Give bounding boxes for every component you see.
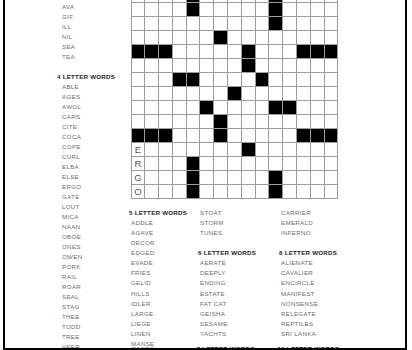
grid-cell[interactable] bbox=[242, 87, 256, 101]
grid-cell[interactable] bbox=[256, 129, 270, 143]
grid-cell[interactable] bbox=[256, 157, 270, 171]
grid-cell[interactable] bbox=[145, 157, 159, 171]
word-list-entry: GELID bbox=[131, 278, 187, 288]
grid-cell[interactable] bbox=[159, 59, 173, 73]
black-cell bbox=[269, 101, 283, 115]
word-list-entry: DEEPLY bbox=[200, 268, 256, 278]
grid-cell[interactable] bbox=[228, 157, 242, 171]
grid-cell[interactable] bbox=[159, 31, 173, 45]
word-list-entry: DECOR bbox=[131, 238, 187, 248]
word-list-entry: TUNES bbox=[200, 228, 256, 238]
word-list-entry: COCA bbox=[62, 132, 115, 142]
grid-cell[interactable] bbox=[269, 59, 283, 73]
word-list-entry: HILLS bbox=[131, 289, 187, 299]
grid-cell[interactable] bbox=[297, 73, 311, 87]
grid-cell[interactable] bbox=[200, 73, 214, 87]
grid-cell[interactable] bbox=[200, 115, 214, 129]
grid-cell[interactable] bbox=[214, 45, 228, 59]
grid-cell[interactable] bbox=[297, 157, 311, 171]
grid-cell[interactable] bbox=[283, 59, 297, 73]
grid-cell[interactable] bbox=[132, 59, 146, 73]
grid-cell[interactable]: G bbox=[132, 171, 146, 185]
grid-cell[interactable] bbox=[200, 45, 214, 59]
grid-cell[interactable] bbox=[269, 87, 283, 101]
grid-cell[interactable] bbox=[269, 31, 283, 45]
grid-cell[interactable] bbox=[269, 115, 283, 129]
grid-cell[interactable] bbox=[311, 87, 325, 101]
grid-cell[interactable] bbox=[159, 115, 173, 129]
grid-cell[interactable] bbox=[325, 101, 339, 115]
word-list-entry: CITE bbox=[62, 122, 115, 132]
grid-cell[interactable] bbox=[214, 143, 228, 157]
grid-cell[interactable] bbox=[132, 73, 146, 87]
word-list-entry: INFERNO bbox=[281, 228, 337, 238]
black-cell bbox=[214, 115, 228, 129]
black-cell bbox=[187, 3, 201, 17]
grid-cell[interactable] bbox=[242, 129, 256, 143]
grid-cell[interactable] bbox=[297, 87, 311, 101]
grid-cell[interactable] bbox=[228, 185, 242, 199]
black-cell bbox=[297, 45, 311, 59]
grid-cell[interactable] bbox=[242, 171, 256, 185]
grid-cell[interactable] bbox=[132, 87, 146, 101]
grid-cell[interactable] bbox=[325, 3, 339, 17]
grid-cell[interactable] bbox=[256, 143, 270, 157]
word-list-entry: EDGED bbox=[131, 248, 187, 258]
word-list-entry: TEA bbox=[62, 52, 115, 62]
grid-cell[interactable] bbox=[242, 31, 256, 45]
grid-cell[interactable] bbox=[311, 143, 325, 157]
black-cell bbox=[228, 87, 242, 101]
grid-cell[interactable] bbox=[256, 31, 270, 45]
grid-cell[interactable]: R bbox=[132, 157, 146, 171]
grid-cell[interactable] bbox=[200, 129, 214, 143]
grid-cell[interactable] bbox=[311, 3, 325, 17]
word-length-heading: 4 LETTER WORDS bbox=[57, 72, 115, 82]
grid-cell[interactable] bbox=[283, 31, 297, 45]
blank-row bbox=[281, 238, 337, 248]
grid-cell[interactable] bbox=[187, 87, 201, 101]
grid-cell[interactable] bbox=[325, 143, 339, 157]
word-list-entry: TREE bbox=[62, 332, 115, 342]
word-list-entry: RAIL bbox=[62, 272, 115, 282]
grid-cell[interactable] bbox=[228, 115, 242, 129]
grid-cell[interactable] bbox=[214, 157, 228, 171]
word-list-entry: LARGE bbox=[131, 309, 187, 319]
grid-cell[interactable] bbox=[145, 17, 159, 31]
grid-cell[interactable] bbox=[256, 115, 270, 129]
grid-cell[interactable] bbox=[256, 3, 270, 17]
word-list-entry: CAVALIER bbox=[281, 268, 337, 278]
black-cell bbox=[325, 45, 339, 59]
word-list-entry: AGES bbox=[62, 92, 115, 102]
grid-cell[interactable] bbox=[325, 115, 339, 129]
grid-cell[interactable] bbox=[297, 171, 311, 185]
black-cell bbox=[242, 45, 256, 59]
black-cell bbox=[200, 101, 214, 115]
word-list-entry: EVADE bbox=[131, 258, 187, 268]
black-cell bbox=[242, 59, 256, 73]
grid-cell[interactable] bbox=[228, 59, 242, 73]
grid-cell[interactable] bbox=[242, 17, 256, 31]
black-cell bbox=[132, 129, 146, 143]
word-list-entry: GATE bbox=[62, 192, 115, 202]
grid-cell[interactable] bbox=[159, 17, 173, 31]
grid-cell[interactable] bbox=[132, 17, 146, 31]
black-cell bbox=[269, 185, 283, 199]
grid-cell[interactable] bbox=[173, 45, 187, 59]
word-list-entry: GIF bbox=[62, 12, 115, 22]
grid-cell[interactable] bbox=[132, 3, 146, 17]
word-list-entry: ENCIRCLE bbox=[281, 278, 337, 288]
grid-cell[interactable] bbox=[269, 129, 283, 143]
word-list-entry: YACHTS bbox=[200, 329, 256, 339]
word-list-entry: SEA bbox=[62, 42, 115, 52]
grid-cell[interactable] bbox=[283, 171, 297, 185]
grid-cell[interactable] bbox=[159, 185, 173, 199]
word-list-entry: AWOL bbox=[62, 102, 115, 112]
fill-in-puzzle-page: ERGO AVAGIFILLNILSEATEA4 LETTER WORDSABL… bbox=[0, 0, 412, 350]
grid-cell[interactable] bbox=[159, 143, 173, 157]
grid-cell[interactable] bbox=[228, 31, 242, 45]
black-cell bbox=[256, 73, 270, 87]
grid-cell[interactable] bbox=[159, 101, 173, 115]
grid-cell[interactable] bbox=[269, 45, 283, 59]
grid-cell[interactable] bbox=[297, 185, 311, 199]
grid-cell[interactable] bbox=[242, 73, 256, 87]
grid-cell[interactable] bbox=[283, 157, 297, 171]
word-list-entry: STAG bbox=[62, 302, 115, 312]
black-cell bbox=[187, 73, 201, 87]
grid-cell[interactable] bbox=[242, 185, 256, 199]
word-list-entry: MANIFEST bbox=[281, 289, 337, 299]
grid-cell[interactable] bbox=[311, 73, 325, 87]
grid-cell[interactable] bbox=[242, 3, 256, 17]
grid-cell[interactable] bbox=[325, 171, 339, 185]
word-list-entry: ABLE bbox=[62, 82, 115, 92]
word-list-entry: ILL bbox=[62, 22, 115, 32]
grid-cell[interactable] bbox=[187, 143, 201, 157]
grid-cell[interactable] bbox=[325, 59, 339, 73]
grid-cell[interactable] bbox=[297, 17, 311, 31]
grid-cell[interactable] bbox=[311, 115, 325, 129]
grid-cell[interactable] bbox=[200, 31, 214, 45]
grid-cell[interactable] bbox=[173, 157, 187, 171]
grid-cell[interactable] bbox=[325, 73, 339, 87]
grid-cell[interactable] bbox=[200, 171, 214, 185]
word-list-entry: SESAME bbox=[200, 319, 256, 329]
grid-cell[interactable] bbox=[283, 115, 297, 129]
page-border-left bbox=[3, 0, 5, 350]
word-list-entry: GEISHA bbox=[200, 309, 256, 319]
word-list-entry: AERATE bbox=[200, 258, 256, 268]
grid-cell[interactable] bbox=[173, 59, 187, 73]
grid-cell[interactable] bbox=[159, 157, 173, 171]
grid-cell[interactable] bbox=[311, 59, 325, 73]
black-cell bbox=[132, 45, 146, 59]
grid-cell[interactable] bbox=[214, 3, 228, 17]
grid-cell[interactable] bbox=[173, 101, 187, 115]
word-list-entry: SRI LANKA bbox=[281, 329, 337, 339]
word-list-entry: NIL bbox=[62, 32, 115, 42]
black-cell bbox=[269, 171, 283, 185]
word-list-entry: COPE bbox=[62, 142, 115, 152]
word-length-heading: 8 LETTER WORDS bbox=[279, 248, 337, 258]
black-cell bbox=[297, 129, 311, 143]
grid-cell[interactable] bbox=[173, 17, 187, 31]
grid-cell[interactable] bbox=[187, 115, 201, 129]
word-list-entry: PORK bbox=[62, 262, 115, 272]
word-list-entry: AGAVE bbox=[131, 228, 187, 238]
grid-cell[interactable] bbox=[311, 185, 325, 199]
grid-cell[interactable] bbox=[145, 3, 159, 17]
grid-cell[interactable] bbox=[311, 31, 325, 45]
grid-cell[interactable] bbox=[297, 101, 311, 115]
word-list-entry: EMERALD bbox=[281, 218, 337, 228]
grid-cell[interactable] bbox=[159, 87, 173, 101]
word-list-entry: TODD bbox=[62, 322, 115, 332]
word-list-column-1: AVAGIFILLNILSEATEA4 LETTER WORDSABLEAGES… bbox=[62, 2, 115, 350]
grid-cell[interactable] bbox=[173, 185, 187, 199]
word-list-entry: NONSENSE bbox=[281, 299, 337, 309]
grid-cell[interactable] bbox=[214, 59, 228, 73]
grid-cell[interactable] bbox=[200, 17, 214, 31]
word-list-entry: CURL bbox=[62, 152, 115, 162]
grid-cell[interactable] bbox=[228, 17, 242, 31]
word-list-entry: THEE bbox=[62, 312, 115, 322]
grid-cell[interactable] bbox=[145, 143, 159, 157]
word-list-entry: ELSE bbox=[62, 172, 115, 182]
black-cell bbox=[187, 171, 201, 185]
black-cell bbox=[269, 3, 283, 17]
grid-cell[interactable] bbox=[269, 157, 283, 171]
word-list-entry: OWEN bbox=[62, 252, 115, 262]
page-border-right bbox=[405, 0, 407, 350]
grid-cell[interactable] bbox=[200, 3, 214, 17]
grid-cell[interactable] bbox=[132, 31, 146, 45]
grid-cell[interactable] bbox=[132, 101, 146, 115]
word-list-entry: ONES bbox=[62, 242, 115, 252]
grid-cell[interactable] bbox=[242, 115, 256, 129]
grid-cell[interactable] bbox=[145, 59, 159, 73]
word-list-entry: STOAT bbox=[200, 208, 256, 218]
grid-cell[interactable] bbox=[311, 101, 325, 115]
black-cell bbox=[187, 185, 201, 199]
word-list-column-4: CARRIEREMERALDINFERNO8 LETTER WORDSALIEN… bbox=[281, 208, 337, 340]
word-list-entry: IDLER bbox=[131, 299, 187, 309]
grid-cell[interactable] bbox=[283, 17, 297, 31]
grid-cell[interactable] bbox=[173, 31, 187, 45]
fill-in-grid: ERGO bbox=[131, 0, 339, 199]
word-list-entry: OBOE bbox=[62, 232, 115, 242]
word-list-entry: LOUT bbox=[62, 202, 115, 212]
grid-cell[interactable] bbox=[159, 73, 173, 87]
grid-cell[interactable] bbox=[214, 17, 228, 31]
grid-cell[interactable] bbox=[242, 101, 256, 115]
grid-cell[interactable] bbox=[159, 3, 173, 17]
grid-cell[interactable] bbox=[283, 3, 297, 17]
black-cell bbox=[159, 129, 173, 143]
black-cell bbox=[242, 143, 256, 157]
grid-cell[interactable] bbox=[228, 3, 242, 17]
word-list-entry: ROAR bbox=[62, 282, 115, 292]
grid-cell[interactable] bbox=[173, 129, 187, 143]
grid-cell[interactable] bbox=[297, 59, 311, 73]
grid-cell[interactable] bbox=[145, 87, 159, 101]
black-cell bbox=[173, 73, 187, 87]
grid-cell[interactable] bbox=[297, 143, 311, 157]
word-list-entry: ADDLE bbox=[131, 218, 187, 228]
black-cell bbox=[311, 45, 325, 59]
grid-cell[interactable] bbox=[325, 87, 339, 101]
word-list-entry: REPTILES bbox=[281, 319, 337, 329]
grid-cell[interactable] bbox=[283, 45, 297, 59]
grid-cell[interactable] bbox=[325, 185, 339, 199]
word-list-entry: LINEN bbox=[131, 329, 187, 339]
grid-cell[interactable] bbox=[311, 17, 325, 31]
word-list-entry: STORM bbox=[200, 218, 256, 228]
grid-cell[interactable] bbox=[283, 87, 297, 101]
grid-cell[interactable] bbox=[145, 73, 159, 87]
grid-cell[interactable] bbox=[187, 31, 201, 45]
grid-cell[interactable] bbox=[242, 157, 256, 171]
grid-cell[interactable] bbox=[187, 129, 201, 143]
word-list-entry: LIEGE bbox=[131, 319, 187, 329]
black-cell bbox=[325, 129, 339, 143]
word-list-entry: NAAN bbox=[62, 222, 115, 232]
black-cell bbox=[214, 129, 228, 143]
grid-cell[interactable] bbox=[214, 185, 228, 199]
grid-cell[interactable] bbox=[159, 171, 173, 185]
grid-cell[interactable] bbox=[214, 101, 228, 115]
grid-cell[interactable] bbox=[214, 171, 228, 185]
black-cell bbox=[269, 17, 283, 31]
grid-cell[interactable] bbox=[187, 45, 201, 59]
blank-row bbox=[200, 238, 256, 248]
word-list-entry: SEAL bbox=[62, 292, 115, 302]
black-cell bbox=[283, 101, 297, 115]
grid-cell[interactable] bbox=[187, 59, 201, 73]
grid-cell[interactable] bbox=[297, 3, 311, 17]
grid-cell[interactable] bbox=[200, 143, 214, 157]
word-list-entry: FRIES bbox=[131, 268, 187, 278]
grid-cell[interactable] bbox=[256, 17, 270, 31]
grid-cell[interactable] bbox=[145, 185, 159, 199]
grid-cell[interactable]: O bbox=[132, 185, 146, 199]
black-cell bbox=[311, 129, 325, 143]
grid-cell[interactable]: E bbox=[132, 143, 146, 157]
blank-row bbox=[62, 62, 115, 72]
grid-cell[interactable] bbox=[283, 129, 297, 143]
word-list-entry: CARS bbox=[62, 112, 115, 122]
grid-cell[interactable] bbox=[132, 115, 146, 129]
grid-cell[interactable] bbox=[200, 59, 214, 73]
grid-cell[interactable] bbox=[283, 73, 297, 87]
black-cell bbox=[159, 45, 173, 59]
word-list-entry: FAT CAT bbox=[200, 299, 256, 309]
grid-cell[interactable] bbox=[187, 17, 201, 31]
grid-cell[interactable] bbox=[228, 73, 242, 87]
black-cell bbox=[145, 45, 159, 59]
word-list-column-3: STOATSTORMTUNES6 LETTER WORDSAERATEDEEPL… bbox=[200, 208, 256, 340]
grid-cell[interactable] bbox=[283, 185, 297, 199]
black-cell bbox=[214, 31, 228, 45]
grid-cell[interactable] bbox=[173, 87, 187, 101]
grid-cell[interactable] bbox=[187, 101, 201, 115]
grid-cell[interactable] bbox=[228, 129, 242, 143]
grid-cell[interactable] bbox=[214, 87, 228, 101]
grid-cell[interactable] bbox=[228, 101, 242, 115]
grid-cell[interactable] bbox=[283, 143, 297, 157]
grid-cell[interactable] bbox=[200, 185, 214, 199]
grid-cell[interactable] bbox=[325, 31, 339, 45]
grid-cell[interactable] bbox=[200, 87, 214, 101]
grid-cell[interactable] bbox=[214, 73, 228, 87]
grid-cell[interactable] bbox=[269, 143, 283, 157]
word-list-entry: AVA bbox=[62, 2, 115, 12]
word-list-entry: ALIENATE bbox=[281, 258, 337, 268]
grid-cell[interactable] bbox=[325, 157, 339, 171]
word-list-column-2: 5 LETTER WORDSADDLEAGAVEDECOREDGEDEVADEF… bbox=[131, 208, 187, 350]
grid-cell[interactable] bbox=[256, 185, 270, 199]
grid-cell[interactable] bbox=[311, 157, 325, 171]
word-list-entry: ERGO bbox=[62, 182, 115, 192]
grid-cell[interactable] bbox=[145, 101, 159, 115]
grid-cell[interactable] bbox=[269, 73, 283, 87]
grid-cell[interactable] bbox=[311, 171, 325, 185]
grid-cell[interactable] bbox=[173, 115, 187, 129]
grid-cell[interactable] bbox=[228, 45, 242, 59]
grid-cell[interactable] bbox=[173, 171, 187, 185]
word-list-entry: CARRIER bbox=[281, 208, 337, 218]
grid-cell[interactable] bbox=[228, 171, 242, 185]
word-list-entry: RELEGATE bbox=[281, 309, 337, 319]
grid-cell[interactable] bbox=[297, 115, 311, 129]
grid-cell[interactable] bbox=[173, 3, 187, 17]
word-list-entry: MICA bbox=[62, 212, 115, 222]
grid-cell[interactable] bbox=[325, 17, 339, 31]
grid-cell[interactable] bbox=[256, 45, 270, 59]
grid-cell[interactable] bbox=[256, 101, 270, 115]
grid-cell[interactable] bbox=[228, 143, 242, 157]
grid-cell[interactable] bbox=[173, 143, 187, 157]
grid-cell[interactable] bbox=[256, 171, 270, 185]
grid-cell[interactable] bbox=[256, 59, 270, 73]
black-cell bbox=[145, 129, 159, 143]
word-list-entry: ELBA bbox=[62, 162, 115, 172]
word-length-heading: 6 LETTER WORDS bbox=[198, 248, 256, 258]
grid-cell[interactable] bbox=[200, 157, 214, 171]
word-length-heading: 5 LETTER WORDS bbox=[129, 208, 187, 218]
grid-cell[interactable] bbox=[145, 171, 159, 185]
grid-cell[interactable] bbox=[145, 115, 159, 129]
grid-cell[interactable] bbox=[297, 31, 311, 45]
word-list-entry: ESTATE bbox=[200, 289, 256, 299]
grid-cell[interactable] bbox=[145, 31, 159, 45]
word-list-entry: ENDING bbox=[200, 278, 256, 288]
black-cell bbox=[187, 157, 201, 171]
grid-cell[interactable] bbox=[256, 87, 270, 101]
